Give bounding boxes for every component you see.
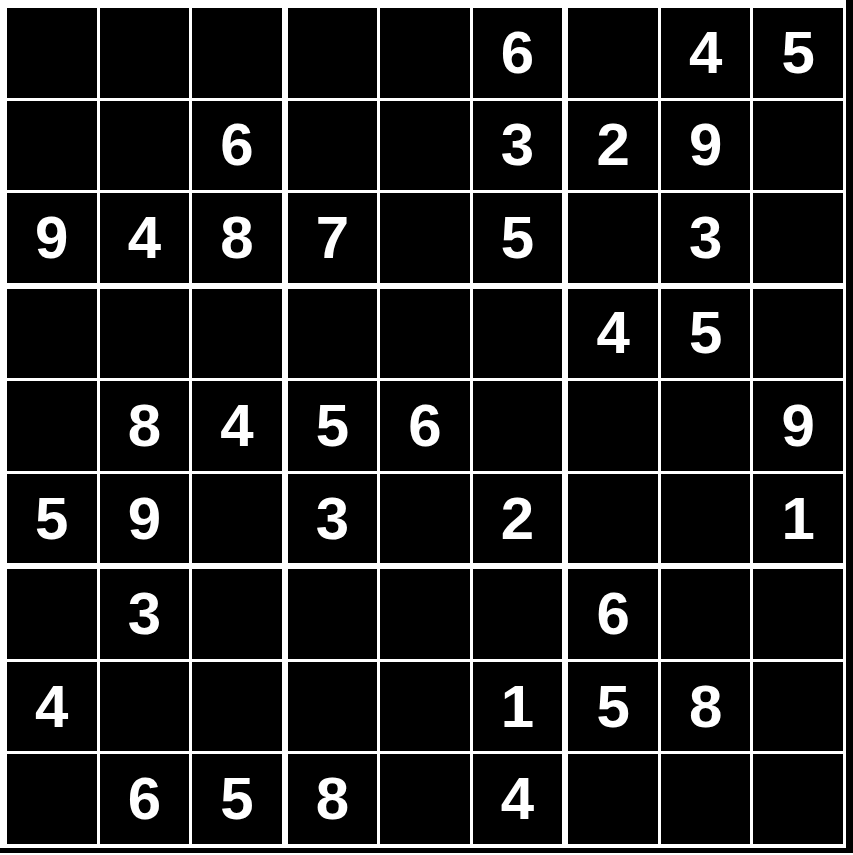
cell-r4c9[interactable]: [753, 289, 843, 379]
cell-r4c2[interactable]: [100, 289, 190, 379]
given-digit: 9: [782, 396, 815, 456]
cell-r3c1[interactable]: 9: [7, 193, 97, 283]
box-r3c1: 3465: [7, 569, 282, 844]
given-digit: 4: [689, 23, 722, 83]
cell-r4c6[interactable]: [473, 289, 563, 379]
right-edge-bar: [846, 0, 853, 850]
given-digit: 6: [501, 23, 534, 83]
given-digit: 4: [35, 677, 68, 737]
given-digit: 9: [35, 208, 68, 268]
given-digit: 6: [408, 396, 441, 456]
cell-r3c8[interactable]: 3: [661, 193, 751, 283]
bottom-edge-bar: [0, 848, 853, 853]
cell-r6c3[interactable]: [192, 474, 282, 564]
given-digit: 8: [689, 677, 722, 737]
cell-r5c6[interactable]: [473, 381, 563, 471]
given-digit: 5: [689, 303, 722, 363]
box-r2c1: 8459: [7, 289, 282, 564]
cell-r2c1[interactable]: [7, 101, 97, 191]
cell-r4c7[interactable]: 4: [568, 289, 658, 379]
cell-r6c9[interactable]: 1: [753, 474, 843, 564]
cell-r3c4[interactable]: 7: [288, 193, 378, 283]
given-digit: 3: [316, 489, 349, 549]
cell-r8c5[interactable]: [380, 662, 470, 752]
box-r1c1: 6948: [7, 8, 282, 283]
given-digit: 5: [316, 396, 349, 456]
cell-r8c8[interactable]: 8: [661, 662, 751, 752]
cell-r1c1[interactable]: [7, 8, 97, 98]
cell-r3c7[interactable]: [568, 193, 658, 283]
box-r2c2: 5632: [288, 289, 563, 564]
cell-r7c8[interactable]: [661, 569, 751, 659]
cell-r4c8[interactable]: 5: [661, 289, 751, 379]
box-r1c3: 45293: [568, 8, 843, 283]
given-digit: 9: [689, 115, 722, 175]
cell-r5c2[interactable]: 8: [100, 381, 190, 471]
cell-r3c3[interactable]: 8: [192, 193, 282, 283]
cell-r1c4[interactable]: [288, 8, 378, 98]
given-digit: 3: [128, 584, 161, 644]
cell-r9c8[interactable]: [661, 754, 751, 844]
cell-r9c2[interactable]: 6: [100, 754, 190, 844]
given-digit: 5: [35, 489, 68, 549]
cell-r7c2[interactable]: 3: [100, 569, 190, 659]
cell-r8c1[interactable]: 4: [7, 662, 97, 752]
cell-r2c6[interactable]: 3: [473, 101, 563, 191]
cell-r1c3[interactable]: [192, 8, 282, 98]
given-digit: 3: [501, 115, 534, 175]
cell-r2c8[interactable]: 9: [661, 101, 751, 191]
cell-r4c5[interactable]: [380, 289, 470, 379]
cell-r7c9[interactable]: [753, 569, 843, 659]
cell-r9c9[interactable]: [753, 754, 843, 844]
cell-r1c9[interactable]: 5: [753, 8, 843, 98]
cell-r2c7[interactable]: 2: [568, 101, 658, 191]
cell-r2c2[interactable]: [100, 101, 190, 191]
cell-r7c3[interactable]: [192, 569, 282, 659]
cell-r6c5[interactable]: [380, 474, 470, 564]
box-r3c3: 658: [568, 569, 843, 844]
cell-r9c4[interactable]: 8: [288, 754, 378, 844]
cell-r5c8[interactable]: [661, 381, 751, 471]
cell-r5c7[interactable]: [568, 381, 658, 471]
given-digit: 5: [220, 769, 253, 829]
cell-r2c4[interactable]: [288, 101, 378, 191]
cell-r4c1[interactable]: [7, 289, 97, 379]
cell-r9c3[interactable]: 5: [192, 754, 282, 844]
box-r3c2: 184: [288, 569, 563, 844]
given-digit: 1: [501, 677, 534, 737]
cell-r7c4[interactable]: [288, 569, 378, 659]
cell-r4c3[interactable]: [192, 289, 282, 379]
given-digit: 6: [220, 115, 253, 175]
cell-r6c2[interactable]: 9: [100, 474, 190, 564]
given-digit: 2: [501, 489, 534, 549]
cell-r5c3[interactable]: 4: [192, 381, 282, 471]
given-digit: 9: [128, 489, 161, 549]
cell-r1c7[interactable]: [568, 8, 658, 98]
cell-r3c9[interactable]: [753, 193, 843, 283]
cell-r1c5[interactable]: [380, 8, 470, 98]
given-digit: 4: [501, 769, 534, 829]
cell-r1c8[interactable]: 4: [661, 8, 751, 98]
cell-r7c1[interactable]: [7, 569, 97, 659]
cell-r9c5[interactable]: [380, 754, 470, 844]
cell-r8c4[interactable]: [288, 662, 378, 752]
cell-r5c1[interactable]: [7, 381, 97, 471]
cell-r5c4[interactable]: 5: [288, 381, 378, 471]
cell-r7c6[interactable]: [473, 569, 563, 659]
cell-r1c6[interactable]: 6: [473, 8, 563, 98]
sudoku-board: 69486375452938459563245913465184658: [7, 8, 843, 844]
cell-r6c7[interactable]: [568, 474, 658, 564]
given-digit: 2: [596, 115, 629, 175]
cell-r8c7[interactable]: 5: [568, 662, 658, 752]
cell-r8c2[interactable]: [100, 662, 190, 752]
box-r1c2: 6375: [288, 8, 563, 283]
box-r2c3: 4591: [568, 289, 843, 564]
cell-r7c5[interactable]: [380, 569, 470, 659]
cell-r3c2[interactable]: 4: [100, 193, 190, 283]
given-digit: 1: [782, 489, 815, 549]
given-digit: 8: [316, 769, 349, 829]
cell-r6c1[interactable]: 5: [7, 474, 97, 564]
given-digit: 8: [220, 208, 253, 268]
cell-r9c7[interactable]: [568, 754, 658, 844]
sudoku-page: 69486375452938459563245913465184658: [0, 0, 853, 855]
cell-r6c4[interactable]: 3: [288, 474, 378, 564]
cell-r8c6[interactable]: 1: [473, 662, 563, 752]
cell-r6c8[interactable]: [661, 474, 751, 564]
cell-r3c6[interactable]: 5: [473, 193, 563, 283]
cell-r9c1[interactable]: [7, 754, 97, 844]
cell-r1c2[interactable]: [100, 8, 190, 98]
given-digit: 5: [501, 208, 534, 268]
given-digit: 4: [128, 208, 161, 268]
cell-r2c3[interactable]: 6: [192, 101, 282, 191]
cell-r3c5[interactable]: [380, 193, 470, 283]
given-digit: 5: [782, 23, 815, 83]
cell-r2c5[interactable]: [380, 101, 470, 191]
cell-r5c9[interactable]: 9: [753, 381, 843, 471]
cell-r9c6[interactable]: 4: [473, 754, 563, 844]
cell-r8c9[interactable]: [753, 662, 843, 752]
given-digit: 6: [128, 769, 161, 829]
given-digit: 8: [128, 396, 161, 456]
cell-r2c9[interactable]: [753, 101, 843, 191]
cell-r5c5[interactable]: 6: [380, 381, 470, 471]
cell-r7c7[interactable]: 6: [568, 569, 658, 659]
cell-r8c3[interactable]: [192, 662, 282, 752]
given-digit: 4: [220, 396, 253, 456]
given-digit: 7: [316, 208, 349, 268]
cell-r4c4[interactable]: [288, 289, 378, 379]
given-digit: 3: [689, 208, 722, 268]
given-digit: 6: [596, 584, 629, 644]
cell-r6c6[interactable]: 2: [473, 474, 563, 564]
given-digit: 5: [596, 677, 629, 737]
given-digit: 4: [596, 303, 629, 363]
